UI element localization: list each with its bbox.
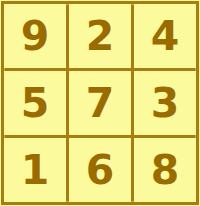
cell-digit: 8: [151, 150, 180, 191]
cell-digit: 9: [21, 16, 50, 57]
cell-r3c2[interactable]: 6: [69, 138, 131, 202]
cell-r1c2[interactable]: 2: [69, 4, 131, 68]
cell-digit: 6: [86, 150, 115, 191]
cell-digit: 1: [21, 150, 50, 191]
cell-digit: 4: [151, 16, 180, 57]
cell-r2c3[interactable]: 3: [134, 71, 196, 135]
cell-r1c1[interactable]: 9: [4, 4, 66, 68]
cell-digit: 5: [21, 83, 50, 124]
cell-r3c3[interactable]: 8: [134, 138, 196, 202]
cell-digit: 3: [151, 83, 180, 124]
cell-r3c1[interactable]: 1: [4, 138, 66, 202]
magic-square-board: 9 2 4 5 7 3 1 6 8: [1, 1, 199, 205]
cell-r1c3[interactable]: 4: [134, 4, 196, 68]
cell-r2c2[interactable]: 7: [69, 71, 131, 135]
cell-digit: 2: [86, 16, 115, 57]
cell-r2c1[interactable]: 5: [4, 71, 66, 135]
cell-digit: 7: [86, 83, 115, 124]
